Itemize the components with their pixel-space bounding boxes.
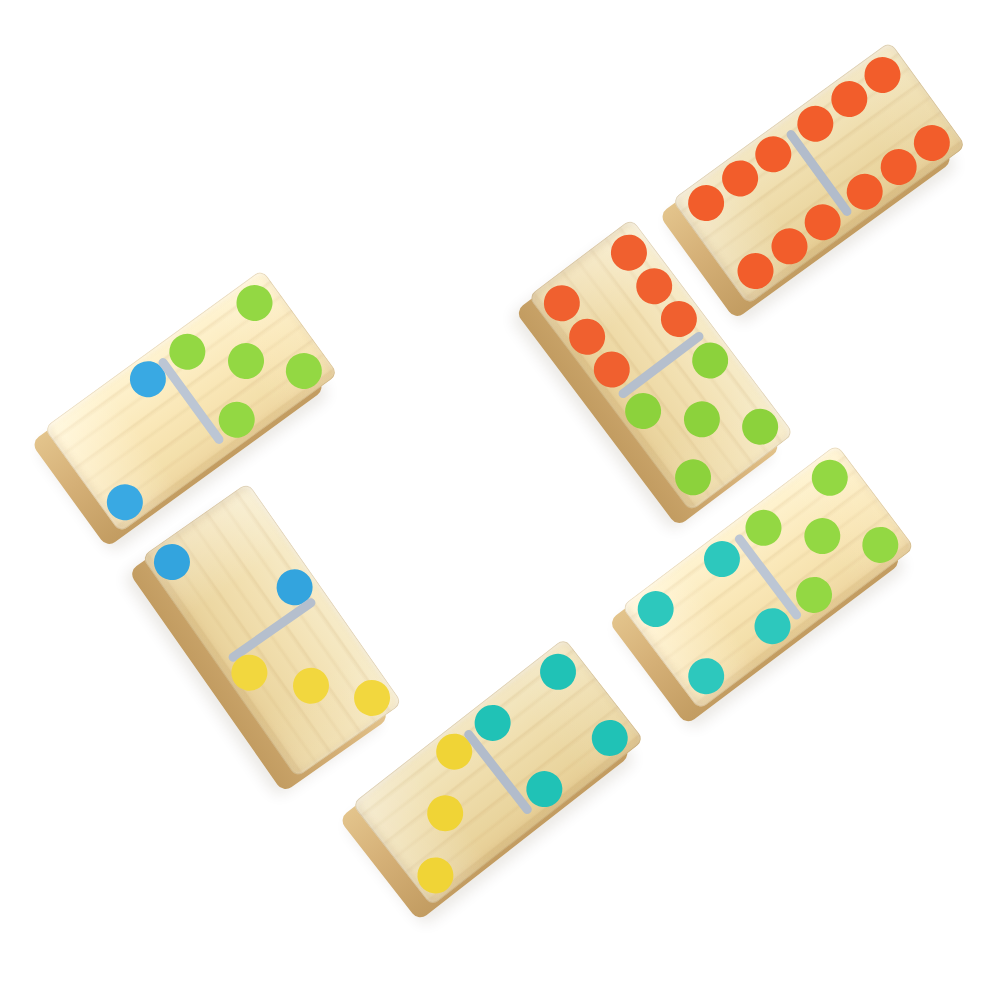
yellow-pip — [420, 788, 471, 839]
domino-6-6[interactable] — [672, 41, 967, 305]
table-surface — [0, 0, 1000, 1000]
teal-pip — [533, 647, 584, 698]
green-pip — [230, 278, 280, 328]
teal-pip — [630, 584, 680, 634]
domino-3-4[interactable] — [352, 638, 645, 907]
domino-2-5[interactable] — [44, 269, 339, 533]
yellow-pip — [286, 660, 336, 710]
green-pip — [220, 336, 270, 386]
green-pip — [805, 453, 855, 503]
green-pip — [676, 394, 726, 444]
green-pip — [162, 327, 212, 377]
teal-pip — [467, 698, 518, 749]
green-pip — [735, 402, 785, 452]
green-pip — [738, 503, 788, 553]
yellow-pip — [347, 673, 397, 723]
domino-2-3[interactable] — [141, 482, 402, 778]
green-pip — [684, 335, 734, 385]
green-pip — [797, 511, 847, 561]
